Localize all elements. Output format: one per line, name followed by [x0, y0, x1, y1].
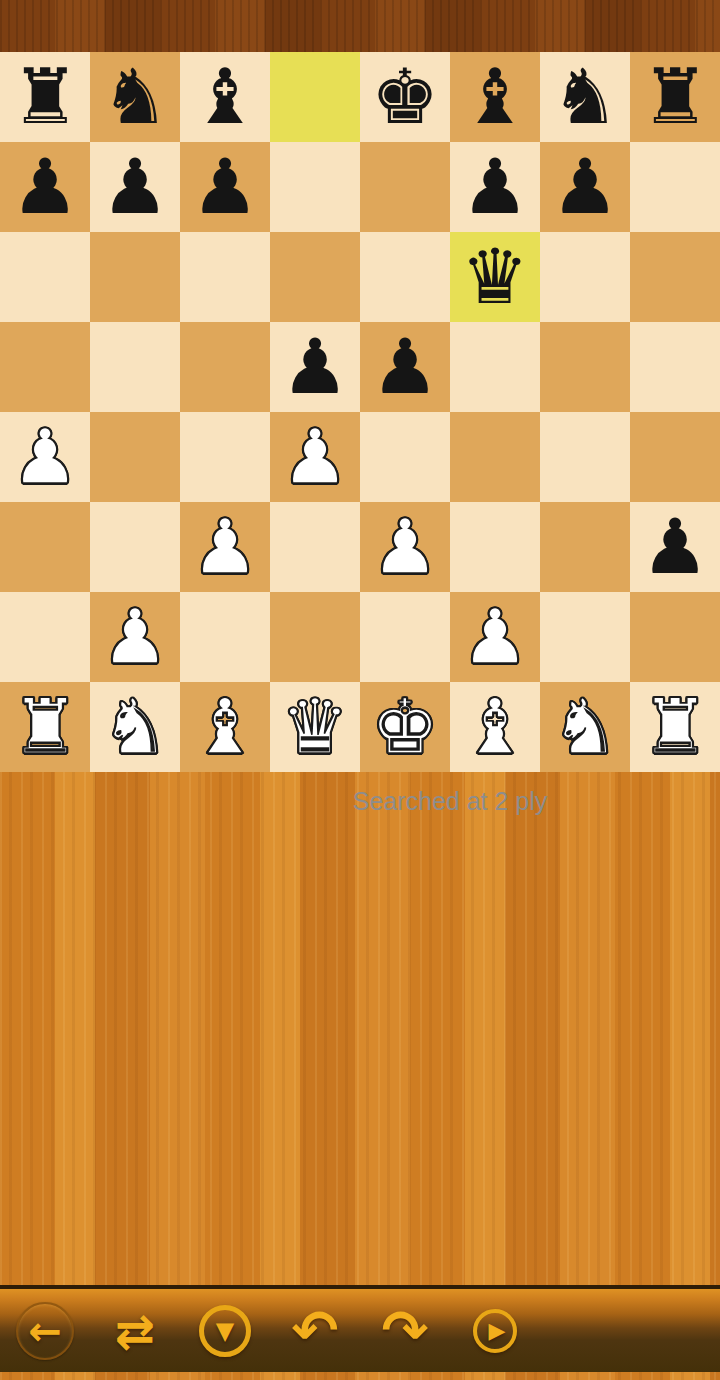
square-b6[interactable] [90, 232, 180, 322]
square-g2[interactable] [540, 592, 630, 682]
square-h8[interactable]: ♜ [630, 52, 720, 142]
piece-black-queen: ♛ [461, 232, 529, 322]
piece-white-pawn: ♟ [281, 412, 349, 502]
square-f3[interactable] [450, 502, 540, 592]
piece-black-king: ♚ [371, 52, 439, 142]
square-g1[interactable]: ♞ [540, 682, 630, 772]
piece-white-knight: ♞ [551, 682, 619, 772]
square-d3[interactable] [270, 502, 360, 592]
piece-black-knight: ♞ [101, 52, 169, 142]
square-d2[interactable] [270, 592, 360, 682]
piece-black-pawn: ♟ [551, 142, 619, 232]
square-h4[interactable] [630, 412, 720, 502]
square-c6[interactable] [180, 232, 270, 322]
square-g8[interactable]: ♞ [540, 52, 630, 142]
piece-white-pawn: ♟ [11, 412, 79, 502]
square-f1[interactable]: ♝ [450, 682, 540, 772]
square-e1[interactable]: ♚ [360, 682, 450, 772]
back-arrow-icon: ← [28, 1311, 62, 1351]
square-d6[interactable] [270, 232, 360, 322]
play-button-ring: ▶ [473, 1309, 517, 1353]
square-c5[interactable] [180, 322, 270, 412]
piece-white-queen: ♛ [281, 682, 349, 772]
piece-white-pawn: ♟ [101, 592, 169, 682]
piece-black-pawn: ♟ [641, 502, 709, 592]
play-icon: ▶ [485, 1320, 506, 1342]
square-f4[interactable] [450, 412, 540, 502]
square-f6[interactable]: ♛ [450, 232, 540, 322]
square-h2[interactable] [630, 592, 720, 682]
square-h3[interactable]: ♟ [630, 502, 720, 592]
square-e6[interactable] [360, 232, 450, 322]
piece-black-rook: ♜ [11, 52, 79, 142]
piece-black-bishop: ♝ [461, 52, 529, 142]
engine-status-text: Searched at 2 ply [353, 787, 548, 816]
square-c7[interactable]: ♟ [180, 142, 270, 232]
piece-black-rook: ♜ [641, 52, 709, 142]
piece-white-pawn: ♟ [371, 502, 439, 592]
square-e5[interactable]: ♟ [360, 322, 450, 412]
square-a5[interactable] [0, 322, 90, 412]
square-g7[interactable]: ♟ [540, 142, 630, 232]
chess-app-screen: ♜♞♝♚♝♞♜♟♟♟♟♟♛♟♟♟♟♟♟♟♟♟♜♞♝♛♚♝♞♜ Searched … [0, 0, 720, 1380]
square-c1[interactable]: ♝ [180, 682, 270, 772]
redo-arrow-icon: ↷ [382, 1303, 429, 1359]
square-e4[interactable] [360, 412, 450, 502]
piece-black-pawn: ♟ [371, 322, 439, 412]
square-e7[interactable] [360, 142, 450, 232]
square-b1[interactable]: ♞ [90, 682, 180, 772]
square-a8[interactable]: ♜ [0, 52, 90, 142]
flip-board-icon: ⇄ [115, 1307, 155, 1355]
square-d8[interactable] [270, 52, 360, 142]
chevron-down-icon: ▼ [216, 1319, 234, 1343]
square-a3[interactable] [0, 502, 90, 592]
square-c2[interactable] [180, 592, 270, 682]
play-button[interactable]: ▶ [450, 1289, 540, 1372]
square-a1[interactable]: ♜ [0, 682, 90, 772]
square-b4[interactable] [90, 412, 180, 502]
piece-white-pawn: ♟ [461, 592, 529, 682]
square-h7[interactable] [630, 142, 720, 232]
square-f5[interactable] [450, 322, 540, 412]
square-c8[interactable]: ♝ [180, 52, 270, 142]
undo-arrow-icon: ↶ [292, 1303, 339, 1359]
square-b2[interactable]: ♟ [90, 592, 180, 682]
square-b3[interactable] [90, 502, 180, 592]
piece-black-pawn: ♟ [11, 142, 79, 232]
piece-black-knight: ♞ [551, 52, 619, 142]
square-b5[interactable] [90, 322, 180, 412]
square-a7[interactable]: ♟ [0, 142, 90, 232]
undo-button[interactable]: ↶ [270, 1289, 360, 1372]
square-b8[interactable]: ♞ [90, 52, 180, 142]
bottom-toolbar: ← ⇄ ▼ ↶ ↷ ▶ [0, 1285, 720, 1372]
square-g3[interactable] [540, 502, 630, 592]
square-h1[interactable]: ♜ [630, 682, 720, 772]
square-g5[interactable] [540, 322, 630, 412]
square-g4[interactable] [540, 412, 630, 502]
piece-black-pawn: ♟ [191, 142, 259, 232]
piece-white-rook: ♜ [11, 682, 79, 772]
piece-white-rook: ♜ [641, 682, 709, 772]
piece-white-knight: ♞ [101, 682, 169, 772]
square-f8[interactable]: ♝ [450, 52, 540, 142]
square-a4[interactable]: ♟ [0, 412, 90, 502]
back-button[interactable]: ← [0, 1289, 90, 1372]
square-e8[interactable]: ♚ [360, 52, 450, 142]
square-f2[interactable]: ♟ [450, 592, 540, 682]
piece-white-king: ♚ [371, 682, 439, 772]
hide-panel-button[interactable]: ▼ [180, 1289, 270, 1372]
piece-black-pawn: ♟ [461, 142, 529, 232]
square-d1[interactable]: ♛ [270, 682, 360, 772]
piece-white-bishop: ♝ [461, 682, 529, 772]
piece-white-bishop: ♝ [191, 682, 259, 772]
piece-black-pawn: ♟ [101, 142, 169, 232]
wood-background-top [0, 0, 720, 52]
square-a2[interactable] [0, 592, 90, 682]
chess-board[interactable]: ♜♞♝♚♝♞♜♟♟♟♟♟♛♟♟♟♟♟♟♟♟♟♜♞♝♛♚♝♞♜ [0, 52, 720, 772]
square-c4[interactable] [180, 412, 270, 502]
flip-board-button[interactable]: ⇄ [90, 1289, 180, 1372]
square-e3[interactable]: ♟ [360, 502, 450, 592]
redo-button[interactable]: ↷ [360, 1289, 450, 1372]
square-h6[interactable] [630, 232, 720, 322]
back-button-ring: ← [16, 1302, 74, 1360]
square-b7[interactable]: ♟ [90, 142, 180, 232]
square-g6[interactable] [540, 232, 630, 322]
square-f7[interactable]: ♟ [450, 142, 540, 232]
piece-black-pawn: ♟ [281, 322, 349, 412]
square-d7[interactable] [270, 142, 360, 232]
square-h5[interactable] [630, 322, 720, 412]
piece-white-pawn: ♟ [191, 502, 259, 592]
square-d5[interactable]: ♟ [270, 322, 360, 412]
square-c3[interactable]: ♟ [180, 502, 270, 592]
square-a6[interactable] [0, 232, 90, 322]
hide-panel-ring: ▼ [199, 1305, 251, 1357]
square-e2[interactable] [360, 592, 450, 682]
piece-black-bishop: ♝ [191, 52, 259, 142]
square-d4[interactable]: ♟ [270, 412, 360, 502]
